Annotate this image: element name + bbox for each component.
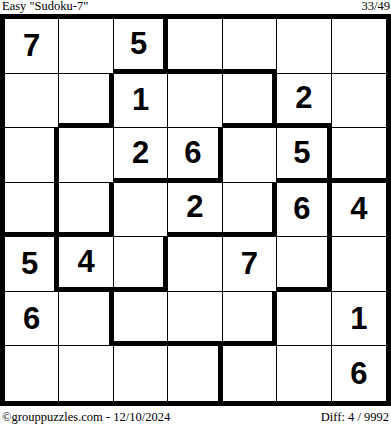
- cell-r1c7[interactable]: [332, 19, 386, 74]
- cells-remaining-counter: 33/49: [362, 0, 390, 13]
- cell-r2c5[interactable]: [223, 74, 277, 129]
- cell-r5c6[interactable]: [277, 237, 331, 292]
- given-digit-r6c7: 1: [332, 292, 386, 347]
- given-digit-r2c6: 2: [277, 74, 331, 129]
- given-digit-r5c1: 5: [5, 237, 59, 292]
- footer: ©grouppuzzles.com - 12/10/2024 Diff: 4 /…: [0, 409, 391, 426]
- given-digit-r2c3: 1: [114, 74, 168, 129]
- cell-r2c1[interactable]: [5, 74, 59, 129]
- given-digit-r3c4: 6: [168, 128, 222, 183]
- cell-r6c5[interactable]: [223, 292, 277, 347]
- given-digit-r4c4: 2: [168, 183, 222, 238]
- cell-r7c5[interactable]: [223, 346, 277, 401]
- difficulty-text: Diff: 4 / 9992: [321, 409, 389, 425]
- cell-r3c5[interactable]: [223, 128, 277, 183]
- cell-r4c3[interactable]: [114, 183, 168, 238]
- given-digit-r5c2: 4: [59, 237, 113, 292]
- given-digit-r4c7: 4: [332, 183, 386, 238]
- cell-r7c6[interactable]: [277, 346, 331, 401]
- cell-r5c4[interactable]: [168, 237, 222, 292]
- cell-r1c6[interactable]: [277, 19, 331, 74]
- given-digit-r7c7: 6: [332, 346, 386, 401]
- cell-r3c1[interactable]: [5, 128, 59, 183]
- sudoku-board: 7512265264547616: [0, 14, 391, 406]
- given-digit-r6c1: 6: [5, 292, 59, 347]
- cell-r1c5[interactable]: [223, 19, 277, 74]
- cell-r1c4[interactable]: [168, 19, 222, 74]
- cell-r7c3[interactable]: [114, 346, 168, 401]
- given-digit-r3c3: 2: [114, 128, 168, 183]
- given-digit-r1c1: 7: [5, 19, 59, 74]
- cell-r7c2[interactable]: [59, 346, 113, 401]
- given-digit-r5c5: 7: [223, 237, 277, 292]
- cell-r7c1[interactable]: [5, 346, 59, 401]
- cell-r2c2[interactable]: [59, 74, 113, 129]
- cell-r2c7[interactable]: [332, 74, 386, 129]
- cell-r4c1[interactable]: [5, 183, 59, 238]
- cell-r6c4[interactable]: [168, 292, 222, 347]
- given-digit-r3c6: 5: [277, 128, 331, 183]
- cell-r4c5[interactable]: [223, 183, 277, 238]
- cell-r2c4[interactable]: [168, 74, 222, 129]
- given-digit-r1c3: 5: [114, 19, 168, 74]
- cell-r3c2[interactable]: [59, 128, 113, 183]
- cell-r5c7[interactable]: [332, 237, 386, 292]
- cell-r6c6[interactable]: [277, 292, 331, 347]
- cell-r1c2[interactable]: [59, 19, 113, 74]
- cell-r5c3[interactable]: [114, 237, 168, 292]
- cell-r4c2[interactable]: [59, 183, 113, 238]
- cell-r6c3[interactable]: [114, 292, 168, 347]
- copyright-text: ©grouppuzzles.com - 12/10/2024: [2, 409, 170, 425]
- cell-r6c2[interactable]: [59, 292, 113, 347]
- cell-r3c7[interactable]: [332, 128, 386, 183]
- puzzle-title: Easy "Sudoku-7": [2, 0, 88, 13]
- header: Easy "Sudoku-7" 33/49: [0, 0, 391, 14]
- cell-r7c4[interactable]: [168, 346, 222, 401]
- given-digit-r4c6: 6: [277, 183, 331, 238]
